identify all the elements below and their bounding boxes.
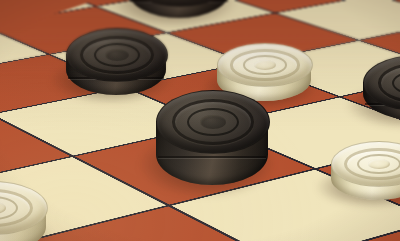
checker-piece-black-2[interactable]	[66, 28, 166, 95]
piece-top-face	[156, 90, 270, 154]
checker-piece-white-6[interactable]	[0, 181, 46, 241]
checker-piece-black-5[interactable]	[363, 55, 400, 120]
piece-top-face	[66, 28, 168, 82]
checker-piece-white-7[interactable]	[331, 141, 400, 200]
piece-top-face	[217, 43, 313, 87]
checkers-board-photo	[0, 0, 400, 241]
checker-piece-black-1[interactable]	[128, 0, 230, 18]
checker-piece-black-3[interactable]	[156, 90, 268, 185]
piece-stack-seam	[158, 156, 266, 158]
